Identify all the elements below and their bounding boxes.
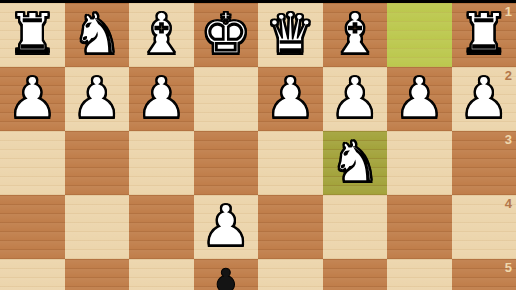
square-c1[interactable]: ♝: [323, 3, 388, 67]
square-g3[interactable]: [65, 131, 130, 195]
square-a4[interactable]: 4: [452, 195, 516, 259]
square-f3[interactable]: [129, 131, 194, 195]
square-h1[interactable]: ♜: [0, 3, 65, 67]
board-grid: ♜♞♝♚♛♝♜1♟♟♟♟♟♟♟2♞3♟4♟5: [0, 3, 516, 290]
square-f2[interactable]: ♟: [129, 67, 194, 131]
white-pawn-piece-c2[interactable]: ♟: [330, 66, 380, 130]
square-c4[interactable]: [323, 195, 388, 259]
square-a3[interactable]: 3: [452, 131, 516, 195]
square-d1[interactable]: ♛: [258, 3, 323, 67]
square-b4[interactable]: [387, 195, 452, 259]
white-bishop-piece-f1[interactable]: ♝: [136, 3, 186, 66]
square-h5[interactable]: [0, 259, 65, 290]
white-pawn-piece-a2[interactable]: ♟: [459, 66, 509, 130]
white-pawn-piece-e4[interactable]: ♟: [201, 194, 251, 258]
white-knight-piece-c3[interactable]: ♞: [330, 130, 380, 194]
white-pawn-piece-g2[interactable]: ♟: [72, 66, 122, 130]
square-a1[interactable]: ♜1: [452, 3, 516, 67]
square-d4[interactable]: [258, 195, 323, 259]
rank-label-4: 4: [505, 196, 512, 211]
square-b1[interactable]: [387, 3, 452, 67]
square-e1[interactable]: ♚: [194, 3, 259, 67]
white-pawn-piece-d2[interactable]: ♟: [265, 66, 315, 130]
white-pawn-piece-f2[interactable]: ♟: [136, 66, 186, 130]
square-h2[interactable]: ♟: [0, 67, 65, 131]
square-d3[interactable]: [258, 131, 323, 195]
white-rook-piece-a1[interactable]: ♜: [459, 3, 509, 66]
square-h4[interactable]: [0, 195, 65, 259]
white-rook-piece-h1[interactable]: ♜: [7, 3, 57, 66]
square-c3[interactable]: ♞: [323, 131, 388, 195]
white-king-piece-e1[interactable]: ♚: [201, 3, 251, 66]
square-g5[interactable]: [65, 259, 130, 290]
white-pawn-piece-b2[interactable]: ♟: [394, 66, 444, 130]
square-b5[interactable]: [387, 259, 452, 290]
black-pawn-piece-e5[interactable]: ♟: [201, 258, 251, 290]
square-g2[interactable]: ♟: [65, 67, 130, 131]
chessboard: ♜♞♝♚♛♝♜1♟♟♟♟♟♟♟2♞3♟4♟5: [0, 0, 516, 290]
square-b2[interactable]: ♟: [387, 67, 452, 131]
square-c5[interactable]: [323, 259, 388, 290]
square-e2[interactable]: [194, 67, 259, 131]
white-pawn-piece-h2[interactable]: ♟: [7, 66, 57, 130]
square-a5[interactable]: 5: [452, 259, 516, 290]
square-b3[interactable]: [387, 131, 452, 195]
square-c2[interactable]: ♟: [323, 67, 388, 131]
rank-label-5: 5: [505, 260, 512, 275]
square-e5[interactable]: ♟: [194, 259, 259, 290]
white-knight-piece-g1[interactable]: ♞: [72, 3, 122, 66]
rank-label-2: 2: [505, 68, 512, 83]
rank-label-3: 3: [505, 132, 512, 147]
square-d5[interactable]: [258, 259, 323, 290]
square-d2[interactable]: ♟: [258, 67, 323, 131]
square-g1[interactable]: ♞: [65, 3, 130, 67]
rank-label-1: 1: [505, 4, 512, 19]
square-e3[interactable]: [194, 131, 259, 195]
square-e4[interactable]: ♟: [194, 195, 259, 259]
white-queen-piece-d1[interactable]: ♛: [265, 3, 315, 66]
square-h3[interactable]: [0, 131, 65, 195]
square-f1[interactable]: ♝: [129, 3, 194, 67]
white-bishop-piece-c1[interactable]: ♝: [330, 3, 380, 66]
square-g4[interactable]: [65, 195, 130, 259]
square-a2[interactable]: ♟2: [452, 67, 516, 131]
square-f5[interactable]: [129, 259, 194, 290]
square-f4[interactable]: [129, 195, 194, 259]
